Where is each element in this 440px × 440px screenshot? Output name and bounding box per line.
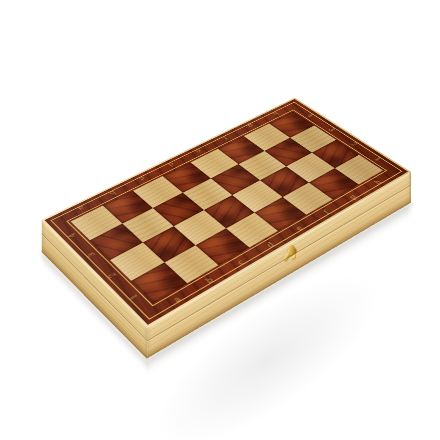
product-photo-chess-box: aabbccddeeffgghh44332211 [0, 0, 440, 440]
case-corner-edge [410, 172, 411, 204]
clasp-knob [292, 253, 296, 261]
